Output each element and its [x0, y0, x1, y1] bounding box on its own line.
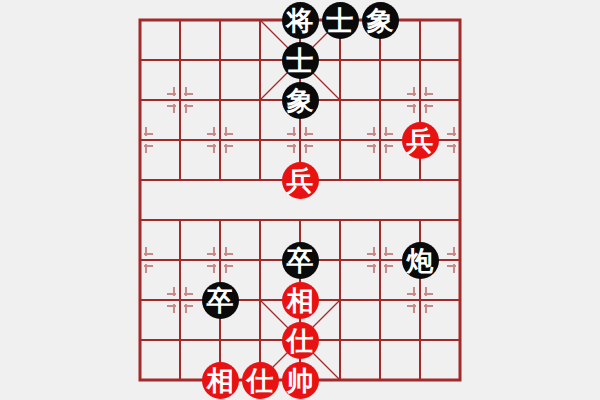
piece-black-soldier-2[interactable]: 卒	[202, 282, 239, 319]
piece-red-soldier-1[interactable]: 兵	[402, 122, 439, 159]
piece-black-general[interactable]: 将	[282, 2, 319, 39]
piece-black-elephant-1[interactable]: 象	[362, 2, 399, 39]
pieces-grid: 将士象士象卒炮卒兵兵相仕相仕帅	[120, 0, 480, 400]
piece-black-cannon[interactable]: 炮	[402, 242, 439, 279]
piece-black-elephant-2[interactable]: 象	[282, 82, 319, 119]
piece-black-advisor-2[interactable]: 士	[282, 42, 319, 79]
piece-black-advisor-1[interactable]: 士	[322, 2, 359, 39]
xiangqi-board: 将士象士象卒炮卒兵兵相仕相仕帅	[0, 0, 600, 400]
piece-red-elephant-2[interactable]: 相	[202, 362, 239, 399]
piece-red-advisor-1[interactable]: 仕	[282, 322, 319, 359]
piece-red-general[interactable]: 帅	[282, 362, 319, 399]
piece-red-elephant-1[interactable]: 相	[282, 282, 319, 319]
piece-red-soldier-2[interactable]: 兵	[282, 162, 319, 199]
piece-red-advisor-2[interactable]: 仕	[242, 362, 279, 399]
piece-black-soldier-1[interactable]: 卒	[282, 242, 319, 279]
